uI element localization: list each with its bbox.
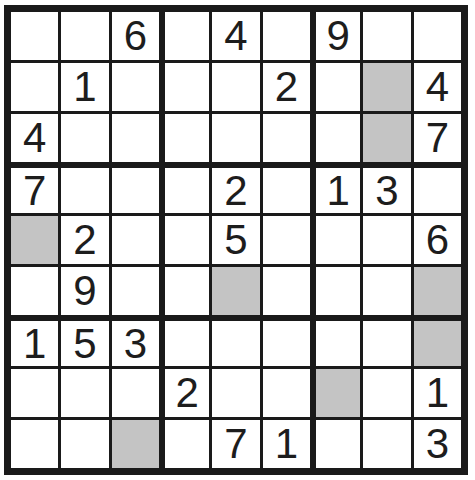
cell-r5c3[interactable] [112,216,159,264]
cell-r8c8[interactable] [363,369,410,417]
cell-r2c2[interactable]: 1 [61,63,108,111]
cell-r5c6[interactable] [263,216,310,264]
cell-r3c5[interactable] [212,114,259,162]
cell-r1c6[interactable] [263,12,310,60]
cell-r8c4[interactable]: 2 [162,369,209,417]
cell-r3c3[interactable] [112,114,159,162]
cell-r1c7[interactable]: 9 [313,12,360,60]
cell-r1c2[interactable] [61,12,108,60]
cell-r5c9[interactable]: 6 [414,216,461,264]
cell-r6c1[interactable] [11,267,58,315]
cell-r6c6[interactable] [263,267,310,315]
cell-r8c5[interactable] [212,369,259,417]
cell-r5c7[interactable] [313,216,360,264]
cell-r8c6[interactable] [263,369,310,417]
cell-r5c5[interactable]: 5 [212,216,259,264]
cell-r2c1[interactable] [11,63,58,111]
cell-r3c9[interactable]: 7 [414,114,461,162]
cell-r6c8[interactable] [363,267,410,315]
cell-r2c8[interactable] [363,63,410,111]
cell-r4c7[interactable]: 1 [313,165,360,213]
cell-r7c4[interactable] [162,318,209,366]
cell-r9c9[interactable]: 3 [414,420,461,468]
cell-r3c8[interactable] [363,114,410,162]
cell-r1c4[interactable] [162,12,209,60]
cell-r8c2[interactable] [61,369,108,417]
cell-r7c9[interactable] [414,318,461,366]
cell-r2c5[interactable] [212,63,259,111]
cell-r6c9[interactable] [414,267,461,315]
cell-r7c8[interactable] [363,318,410,366]
cell-r3c7[interactable] [313,114,360,162]
cell-r1c8[interactable] [363,12,410,60]
cell-r1c3[interactable]: 6 [112,12,159,60]
cell-r1c9[interactable] [414,12,461,60]
cell-r4c3[interactable] [112,165,159,213]
cell-r2c9[interactable]: 4 [414,63,461,111]
cell-r3c6[interactable] [263,114,310,162]
cell-r2c3[interactable] [112,63,159,111]
cell-r4c1[interactable]: 7 [11,165,58,213]
cell-r9c2[interactable] [61,420,108,468]
cell-r9c7[interactable] [313,420,360,468]
cell-r2c6[interactable]: 2 [263,63,310,111]
cell-r4c5[interactable]: 2 [212,165,259,213]
cell-r8c3[interactable] [112,369,159,417]
cell-r2c7[interactable] [313,63,360,111]
cell-r6c2[interactable]: 9 [61,267,108,315]
cell-r4c2[interactable] [61,165,108,213]
cell-r4c4[interactable] [162,165,209,213]
cell-r9c5[interactable]: 7 [212,420,259,468]
cell-r6c7[interactable] [313,267,360,315]
cell-r4c8[interactable]: 3 [363,165,410,213]
cell-r9c6[interactable]: 1 [263,420,310,468]
cell-r5c4[interactable] [162,216,209,264]
cell-r7c5[interactable] [212,318,259,366]
cell-r2c4[interactable] [162,63,209,111]
cell-r7c6[interactable] [263,318,310,366]
cell-r6c4[interactable] [162,267,209,315]
cell-r7c2[interactable]: 5 [61,318,108,366]
cell-r9c8[interactable] [363,420,410,468]
cell-r4c9[interactable] [414,165,461,213]
cell-r7c7[interactable] [313,318,360,366]
cell-r5c2[interactable]: 2 [61,216,108,264]
cell-r3c4[interactable] [162,114,209,162]
cell-r8c1[interactable] [11,369,58,417]
cell-r8c7[interactable] [313,369,360,417]
cell-r5c8[interactable] [363,216,410,264]
cell-r1c5[interactable]: 4 [212,12,259,60]
cell-r5c1[interactable] [11,216,58,264]
cell-r3c2[interactable] [61,114,108,162]
cell-r7c1[interactable]: 1 [11,318,58,366]
cell-r7c3[interactable]: 3 [112,318,159,366]
cell-r8c9[interactable]: 1 [414,369,461,417]
cell-r3c1[interactable]: 4 [11,114,58,162]
cell-r6c3[interactable] [112,267,159,315]
cell-r1c1[interactable] [11,12,58,60]
cell-r9c4[interactable] [162,420,209,468]
cell-r9c1[interactable] [11,420,58,468]
cell-r4c6[interactable] [263,165,310,213]
cell-r9c3[interactable] [112,420,159,468]
sudoku-board: 649124477213256915321713 [4,5,468,475]
cell-r6c5[interactable] [212,267,259,315]
